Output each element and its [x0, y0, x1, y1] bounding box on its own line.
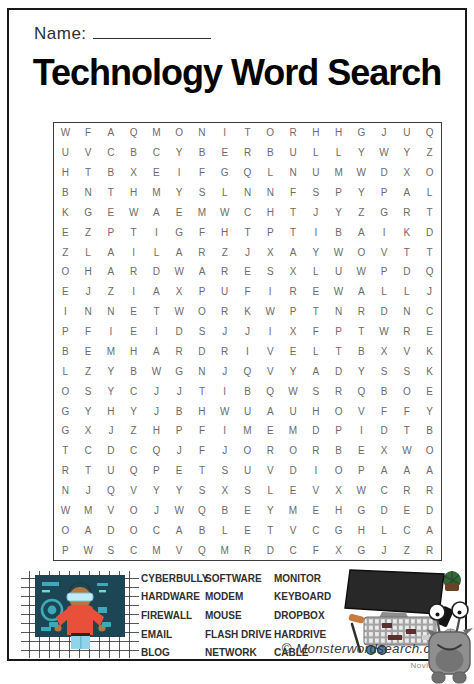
grid-cell[interactable]: Z — [77, 361, 100, 381]
grid-cell[interactable]: U — [100, 461, 123, 481]
grid-cell[interactable]: I — [304, 461, 327, 481]
grid-cell[interactable]: S — [236, 481, 259, 501]
grid-cell[interactable]: O — [395, 381, 418, 401]
grid-cell[interactable]: I — [236, 341, 259, 361]
grid-cell[interactable]: N — [54, 481, 77, 501]
grid-cell[interactable]: B — [100, 163, 123, 183]
grid-cell[interactable]: I — [54, 302, 77, 322]
grid-cell[interactable]: O — [327, 461, 350, 481]
grid-cell[interactable]: A — [77, 520, 100, 540]
grid-cell[interactable]: T — [282, 202, 305, 222]
grid-cell[interactable]: X — [327, 540, 350, 560]
grid-cell[interactable]: J — [145, 500, 168, 520]
grid-cell[interactable]: C — [304, 520, 327, 540]
grid-cell[interactable]: X — [122, 163, 145, 183]
grid-cell[interactable]: P — [191, 282, 214, 302]
grid-cell[interactable]: T — [418, 202, 441, 222]
grid-cell[interactable]: I — [213, 123, 236, 143]
grid-cell[interactable]: G — [350, 540, 373, 560]
grid-cell[interactable]: J — [418, 282, 441, 302]
grid-cell[interactable]: E — [304, 282, 327, 302]
grid-cell[interactable]: P — [54, 322, 77, 342]
grid-cell[interactable]: M — [282, 500, 305, 520]
grid-cell[interactable]: U — [304, 163, 327, 183]
grid-cell[interactable]: C — [418, 302, 441, 322]
grid-cell[interactable]: D — [373, 500, 396, 520]
grid-cell[interactable]: Q — [350, 381, 373, 401]
grid-cell[interactable]: A — [145, 282, 168, 302]
grid-cell[interactable]: S — [191, 183, 214, 203]
grid-cell[interactable]: I — [168, 163, 191, 183]
grid-cell[interactable]: D — [304, 421, 327, 441]
grid-cell[interactable]: T — [100, 183, 123, 203]
grid-cell[interactable]: V — [373, 242, 396, 262]
grid-cell[interactable]: H — [327, 500, 350, 520]
grid-cell[interactable]: F — [236, 282, 259, 302]
grid-cell[interactable]: H — [77, 262, 100, 282]
grid-cell[interactable]: I — [350, 421, 373, 441]
grid-cell[interactable]: M — [100, 341, 123, 361]
grid-cell[interactable]: M — [213, 540, 236, 560]
grid-cell[interactable]: H — [122, 341, 145, 361]
grid-cell[interactable]: N — [191, 123, 214, 143]
grid-cell[interactable]: V — [168, 540, 191, 560]
grid-cell[interactable]: M — [282, 421, 305, 441]
grid-cell[interactable]: B — [213, 500, 236, 520]
grid-cell[interactable]: F — [373, 401, 396, 421]
grid-cell[interactable]: M — [145, 123, 168, 143]
grid-cell[interactable]: R — [213, 302, 236, 322]
grid-cell[interactable]: P — [350, 461, 373, 481]
grid-cell[interactable]: P — [259, 222, 282, 242]
grid-cell[interactable]: E — [145, 163, 168, 183]
grid-cell[interactable]: Q — [122, 123, 145, 143]
grid-cell[interactable]: A — [145, 341, 168, 361]
grid-cell[interactable]: G — [327, 520, 350, 540]
grid-cell[interactable]: P — [327, 421, 350, 441]
grid-cell[interactable]: E — [236, 520, 259, 540]
grid-cell[interactable]: D — [100, 520, 123, 540]
grid-cell[interactable]: J — [77, 282, 100, 302]
grid-cell[interactable]: S — [373, 361, 396, 381]
grid-cell[interactable]: W — [350, 262, 373, 282]
grid-cell[interactable]: W — [373, 143, 396, 163]
grid-cell[interactable]: T — [350, 322, 373, 342]
grid-cell[interactable]: W — [168, 302, 191, 322]
grid-cell[interactable]: D — [418, 500, 441, 520]
grid-cell[interactable]: P — [145, 461, 168, 481]
grid-cell[interactable]: Y — [418, 401, 441, 421]
grid-cell[interactable]: R — [259, 441, 282, 461]
grid-cell[interactable]: N — [191, 361, 214, 381]
grid-cell[interactable]: I — [373, 222, 396, 242]
grid-cell[interactable]: L — [304, 262, 327, 282]
grid-cell[interactable]: B — [350, 341, 373, 361]
grid-cell[interactable]: Q — [191, 500, 214, 520]
grid-cell[interactable]: L — [77, 242, 100, 262]
grid-cell[interactable]: I — [145, 222, 168, 242]
grid-cell[interactable]: S — [304, 183, 327, 203]
grid-cell[interactable]: R — [168, 341, 191, 361]
grid-cell[interactable]: V — [350, 401, 373, 421]
grid-cell[interactable]: O — [54, 520, 77, 540]
grid-cell[interactable]: X — [282, 262, 305, 282]
grid-cell[interactable]: C — [122, 381, 145, 401]
grid-cell[interactable]: Z — [122, 421, 145, 441]
grid-cell[interactable]: O — [350, 242, 373, 262]
grid-cell[interactable]: S — [77, 381, 100, 401]
grid-cell[interactable]: B — [327, 441, 350, 461]
grid-cell[interactable]: T — [77, 461, 100, 481]
grid-cell[interactable]: B — [54, 183, 77, 203]
grid-cell[interactable]: J — [236, 242, 259, 262]
grid-cell[interactable]: T — [304, 302, 327, 322]
grid-cell[interactable]: E — [77, 341, 100, 361]
grid-cell[interactable]: R — [236, 143, 259, 163]
grid-cell[interactable]: T — [191, 461, 214, 481]
grid-cell[interactable]: L — [259, 481, 282, 501]
grid-cell[interactable]: K — [418, 361, 441, 381]
grid-cell[interactable]: E — [282, 341, 305, 361]
grid-cell[interactable]: M — [191, 202, 214, 222]
grid-cell[interactable]: U — [213, 282, 236, 302]
grid-cell[interactable]: Y — [327, 202, 350, 222]
grid-cell[interactable]: B — [236, 381, 259, 401]
grid-cell[interactable]: L — [327, 143, 350, 163]
grid-cell[interactable]: F — [191, 163, 214, 183]
grid-cell[interactable]: B — [122, 361, 145, 381]
grid-cell[interactable]: H — [100, 401, 123, 421]
grid-cell[interactable]: J — [145, 381, 168, 401]
grid-cell[interactable]: H — [350, 520, 373, 540]
grid-cell[interactable]: N — [77, 183, 100, 203]
grid-cell[interactable]: E — [282, 481, 305, 501]
grid-cell[interactable]: A — [191, 262, 214, 282]
grid-cell[interactable]: Y — [350, 183, 373, 203]
grid-cell[interactable]: S — [100, 540, 123, 560]
grid-cell[interactable]: K — [236, 302, 259, 322]
grid-cell[interactable]: W — [327, 282, 350, 302]
grid-cell[interactable]: W — [282, 381, 305, 401]
grid-cell[interactable]: W — [77, 540, 100, 560]
grid-cell[interactable]: Z — [77, 222, 100, 242]
grid-cell[interactable]: Z — [418, 143, 441, 163]
grid-cell[interactable]: U — [395, 123, 418, 143]
grid-cell[interactable]: A — [145, 202, 168, 222]
grid-cell[interactable]: L — [145, 242, 168, 262]
grid-cell[interactable]: S — [304, 381, 327, 401]
grid-cell[interactable]: Z — [350, 202, 373, 222]
grid-cell[interactable]: M — [77, 500, 100, 520]
grid-cell[interactable]: H — [304, 123, 327, 143]
grid-cell[interactable]: Q — [191, 540, 214, 560]
grid-cell[interactable]: N — [236, 183, 259, 203]
grid-cell[interactable]: I — [122, 242, 145, 262]
grid-cell[interactable]: Y — [122, 401, 145, 421]
grid-cell[interactable]: Y — [100, 381, 123, 401]
grid-cell[interactable]: A — [100, 262, 123, 282]
grid-cell[interactable]: S — [191, 322, 214, 342]
grid-cell[interactable]: B — [418, 421, 441, 441]
grid-cell[interactable]: X — [77, 421, 100, 441]
grid-cell[interactable]: J — [145, 401, 168, 421]
grid-cell[interactable]: L — [259, 163, 282, 183]
grid-cell[interactable]: V — [259, 361, 282, 381]
grid-cell[interactable]: G — [350, 500, 373, 520]
grid-cell[interactable]: E — [418, 381, 441, 401]
grid-cell[interactable]: Q — [100, 481, 123, 501]
grid-cell[interactable]: E — [122, 302, 145, 322]
grid-cell[interactable]: T — [327, 341, 350, 361]
grid-cell[interactable]: X — [395, 163, 418, 183]
grid-cell[interactable]: A — [350, 282, 373, 302]
grid-cell[interactable]: K — [54, 202, 77, 222]
grid-cell[interactable]: C — [100, 143, 123, 163]
grid-cell[interactable]: Q — [259, 381, 282, 401]
grid-cell[interactable]: M — [327, 163, 350, 183]
grid-cell[interactable]: O — [418, 441, 441, 461]
grid-cell[interactable]: V — [122, 481, 145, 501]
grid-cell[interactable]: G — [54, 421, 77, 441]
grid-cell[interactable]: Q — [418, 262, 441, 282]
grid-cell[interactable]: Q — [122, 461, 145, 481]
grid-cell[interactable]: Y — [350, 361, 373, 381]
grid-cell[interactable]: L — [213, 520, 236, 540]
grid-cell[interactable]: D — [395, 262, 418, 282]
grid-cell[interactable]: B — [168, 401, 191, 421]
grid-cell[interactable]: Y — [77, 401, 100, 421]
grid-cell[interactable]: O — [236, 441, 259, 461]
grid-cell[interactable]: A — [373, 461, 396, 481]
grid-cell[interactable]: Z — [395, 540, 418, 560]
grid-cell[interactable]: U — [236, 401, 259, 421]
grid-cell[interactable]: I — [145, 322, 168, 342]
grid-cell[interactable]: D — [282, 461, 305, 481]
grid-cell[interactable]: J — [373, 123, 396, 143]
grid-cell[interactable]: T — [418, 242, 441, 262]
grid-cell[interactable]: D — [145, 262, 168, 282]
grid-cell[interactable]: J — [168, 381, 191, 401]
grid-cell[interactable]: F — [191, 222, 214, 242]
grid-cell[interactable]: O — [122, 500, 145, 520]
grid-cell[interactable]: W — [327, 242, 350, 262]
grid-cell[interactable]: L — [54, 361, 77, 381]
grid-cell[interactable]: P — [282, 302, 305, 322]
grid-cell[interactable]: I — [213, 421, 236, 441]
grid-cell[interactable]: W — [350, 481, 373, 501]
grid-cell[interactable]: C — [236, 202, 259, 222]
grid-cell[interactable]: T — [282, 222, 305, 242]
grid-cell[interactable]: B — [191, 520, 214, 540]
grid-cell[interactable]: T — [259, 520, 282, 540]
grid-cell[interactable]: R — [395, 202, 418, 222]
grid-cell[interactable]: R — [236, 540, 259, 560]
grid-cell[interactable]: E — [122, 322, 145, 342]
grid-cell[interactable]: F — [191, 421, 214, 441]
grid-cell[interactable]: C — [395, 520, 418, 540]
grid-cell[interactable]: E — [304, 500, 327, 520]
grid-cell[interactable]: R — [191, 242, 214, 262]
grid-cell[interactable]: Y — [304, 242, 327, 262]
grid-cell[interactable]: D — [373, 163, 396, 183]
grid-cell[interactable]: L — [418, 183, 441, 203]
grid-cell[interactable]: C — [77, 441, 100, 461]
grid-cell[interactable]: F — [304, 540, 327, 560]
grid-cell[interactable]: S — [191, 481, 214, 501]
grid-cell[interactable]: C — [122, 441, 145, 461]
grid-cell[interactable]: J — [373, 540, 396, 560]
grid-cell[interactable]: X — [213, 481, 236, 501]
grid-cell[interactable]: Y — [168, 143, 191, 163]
grid-cell[interactable]: P — [54, 540, 77, 560]
grid-cell[interactable]: U — [282, 401, 305, 421]
grid-cell[interactable]: S — [213, 461, 236, 481]
grid-cell[interactable]: G — [373, 202, 396, 222]
grid-cell[interactable]: G — [77, 202, 100, 222]
grid-cell[interactable]: E — [236, 500, 259, 520]
grid-cell[interactable]: F — [304, 322, 327, 342]
grid-cell[interactable]: R — [282, 123, 305, 143]
grid-cell[interactable]: T — [77, 163, 100, 183]
grid-cell[interactable]: O — [54, 262, 77, 282]
grid-cell[interactable]: O — [54, 381, 77, 401]
grid-cell[interactable]: N — [77, 302, 100, 322]
grid-cell[interactable]: F — [395, 401, 418, 421]
grid-cell[interactable]: T — [395, 421, 418, 441]
grid-cell[interactable]: M — [145, 183, 168, 203]
grid-cell[interactable]: O — [168, 123, 191, 143]
grid-cell[interactable]: O — [122, 520, 145, 540]
grid-cell[interactable]: X — [373, 341, 396, 361]
grid-cell[interactable]: Y — [168, 481, 191, 501]
grid-cell[interactable]: C — [145, 143, 168, 163]
grid-cell[interactable]: R — [54, 461, 77, 481]
grid-cell[interactable]: R — [395, 481, 418, 501]
grid-cell[interactable]: Y — [350, 143, 373, 163]
grid-cell[interactable]: K — [395, 222, 418, 242]
grid-cell[interactable]: W — [259, 302, 282, 322]
grid-cell[interactable]: Q — [236, 361, 259, 381]
grid-cell[interactable]: S — [395, 361, 418, 381]
grid-cell[interactable]: D — [373, 302, 396, 322]
grid-cell[interactable]: Y — [282, 361, 305, 381]
grid-cell[interactable]: V — [77, 143, 100, 163]
grid-cell[interactable]: N — [327, 302, 350, 322]
grid-cell[interactable]: A — [168, 520, 191, 540]
grid-cell[interactable]: U — [236, 461, 259, 481]
grid-cell[interactable]: J — [213, 441, 236, 461]
grid-cell[interactable]: T — [122, 222, 145, 242]
grid-cell[interactable]: A — [259, 401, 282, 421]
grid-cell[interactable]: H — [259, 202, 282, 222]
grid-cell[interactable]: E — [259, 421, 282, 441]
grid-cell[interactable]: D — [191, 341, 214, 361]
grid-cell[interactable]: Q — [145, 441, 168, 461]
grid-cell[interactable]: E — [54, 282, 77, 302]
grid-cell[interactable]: H — [327, 123, 350, 143]
grid-cell[interactable]: M — [236, 421, 259, 441]
grid-cell[interactable]: E — [168, 202, 191, 222]
grid-cell[interactable]: O — [282, 441, 305, 461]
grid-cell[interactable]: Y — [259, 500, 282, 520]
grid-cell[interactable]: V — [395, 341, 418, 361]
grid-cell[interactable]: Z — [100, 282, 123, 302]
grid-cell[interactable]: E — [350, 441, 373, 461]
grid-cell[interactable]: W — [168, 500, 191, 520]
grid-cell[interactable]: R — [122, 262, 145, 282]
grid-cell[interactable]: E — [213, 143, 236, 163]
grid-cell[interactable]: S — [259, 262, 282, 282]
grid-cell[interactable]: L — [304, 341, 327, 361]
grid-cell[interactable]: Q — [418, 123, 441, 143]
grid-cell[interactable]: R — [327, 381, 350, 401]
grid-cell[interactable]: W — [54, 123, 77, 143]
grid-cell[interactable]: J — [304, 202, 327, 222]
grid-cell[interactable]: E — [100, 202, 123, 222]
grid-cell[interactable]: F — [191, 441, 214, 461]
grid-cell[interactable]: D — [259, 540, 282, 560]
grid-cell[interactable]: O — [327, 401, 350, 421]
grid-cell[interactable]: X — [373, 441, 396, 461]
grid-cell[interactable]: J — [77, 481, 100, 501]
grid-cell[interactable]: I — [259, 282, 282, 302]
grid-cell[interactable]: C — [145, 520, 168, 540]
grid-cell[interactable]: Y — [100, 361, 123, 381]
grid-cell[interactable]: W — [213, 202, 236, 222]
grid-cell[interactable]: W — [122, 202, 145, 222]
grid-cell[interactable]: A — [100, 242, 123, 262]
grid-cell[interactable]: T — [236, 222, 259, 242]
grid-cell[interactable]: P — [373, 183, 396, 203]
grid-cell[interactable]: A — [304, 361, 327, 381]
grid-cell[interactable]: X — [327, 481, 350, 501]
grid-cell[interactable]: R — [282, 282, 305, 302]
grid-cell[interactable]: Y — [145, 481, 168, 501]
grid-cell[interactable]: B — [122, 143, 145, 163]
grid-cell[interactable]: R — [304, 441, 327, 461]
grid-cell[interactable]: O — [418, 163, 441, 183]
grid-cell[interactable]: L — [213, 183, 236, 203]
grid-cell[interactable]: T — [54, 441, 77, 461]
grid-cell[interactable]: A — [395, 461, 418, 481]
grid-cell[interactable]: B — [259, 143, 282, 163]
grid-cell[interactable]: N — [395, 302, 418, 322]
grid-cell[interactable]: J — [213, 361, 236, 381]
grid-cell[interactable]: V — [259, 461, 282, 481]
grid-cell[interactable]: D — [168, 322, 191, 342]
grid-cell[interactable]: R — [350, 302, 373, 322]
grid-cell[interactable]: E — [168, 461, 191, 481]
grid-cell[interactable]: C — [373, 481, 396, 501]
grid-cell[interactable]: B — [327, 222, 350, 242]
grid-cell[interactable]: Y — [168, 183, 191, 203]
grid-cell[interactable]: I — [259, 322, 282, 342]
grid-cell[interactable]: P — [327, 183, 350, 203]
grid-cell[interactable]: D — [100, 441, 123, 461]
grid-cell[interactable]: W — [145, 361, 168, 381]
grid-cell[interactable]: X — [259, 242, 282, 262]
grid-cell[interactable]: F — [282, 183, 305, 203]
grid-cell[interactable]: G — [54, 401, 77, 421]
grid-cell[interactable]: K — [418, 341, 441, 361]
grid-cell[interactable]: N — [100, 302, 123, 322]
grid-cell[interactable]: H — [213, 222, 236, 242]
grid-cell[interactable]: R — [418, 481, 441, 501]
grid-cell[interactable]: Q — [236, 163, 259, 183]
grid-cell[interactable]: V — [259, 341, 282, 361]
grid-cell[interactable]: W — [395, 441, 418, 461]
grid-cell[interactable]: O — [191, 302, 214, 322]
